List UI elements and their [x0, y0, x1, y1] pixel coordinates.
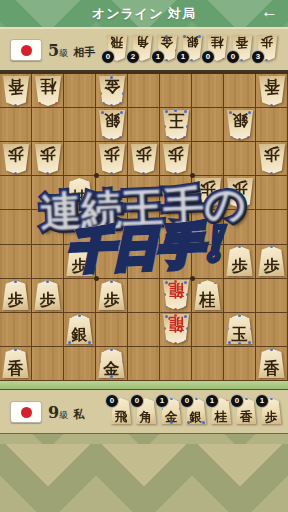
- move-hint-dot: [184, 340, 187, 343]
- move-hint-dot: [119, 136, 122, 139]
- piece-kanji: 飛: [115, 410, 128, 423]
- move-hint-dot: [250, 327, 253, 330]
- shogi-piece-銀[interactable]: 銀: [66, 314, 94, 344]
- move-hint-dot: [195, 397, 198, 400]
- board-cell[interactable]: [256, 313, 288, 347]
- hand-piece-飛[interactable]: 飛0: [110, 398, 132, 425]
- board-cell[interactable]: [160, 245, 192, 279]
- board-cell[interactable]: 玉: [224, 313, 256, 347]
- move-hint-dot: [191, 59, 194, 62]
- piece-kanji: 歩: [72, 258, 88, 275]
- hand-count-badge: 0: [226, 50, 240, 64]
- move-hint-dot: [110, 375, 113, 378]
- piece-kanji: 歩: [104, 292, 120, 309]
- move-hint-dot: [229, 315, 232, 318]
- move-hint-dot: [87, 315, 90, 318]
- piece-kanji: 歩: [232, 179, 248, 196]
- board-cell[interactable]: [128, 347, 160, 381]
- shogi-piece-王[interactable]: 王: [162, 110, 190, 140]
- move-hint-dot: [238, 245, 241, 248]
- piece-kanji: 桂: [200, 292, 216, 309]
- move-hint-dot: [110, 103, 113, 106]
- move-hint-dot: [165, 136, 168, 139]
- shogi-piece-歩[interactable]: 歩: [258, 144, 286, 174]
- hand-piece-銀[interactable]: 銀0: [185, 398, 207, 425]
- board-cell[interactable]: 桂: [192, 279, 224, 313]
- move-hint-dot: [183, 136, 186, 139]
- move-hint-dot: [214, 281, 217, 284]
- hand-piece-金[interactable]: 金1: [160, 398, 182, 425]
- shogi-piece-歩[interactable]: 歩: [226, 178, 254, 208]
- board-cell[interactable]: 龍: [160, 313, 192, 347]
- move-hint-dot: [270, 103, 273, 106]
- board-cell[interactable]: [32, 347, 64, 381]
- piece-kanji: 香: [264, 361, 280, 378]
- move-hint-dot: [70, 178, 73, 181]
- piece-kanji: 歩: [261, 36, 274, 49]
- piece-kanji: 香: [240, 410, 253, 423]
- hoshi-dot: [190, 276, 195, 281]
- move-hint-dot: [247, 136, 250, 139]
- move-hint-dot: [101, 102, 104, 105]
- move-hint-dot: [270, 171, 273, 174]
- board-cell[interactable]: 歩: [0, 279, 32, 313]
- move-hint-dot: [184, 110, 187, 113]
- my-info: 9級私: [48, 403, 84, 422]
- hand-count-badge: 1: [255, 394, 269, 408]
- hand-piece-歩[interactable]: 歩3: [256, 35, 278, 62]
- move-hint-dot: [46, 171, 49, 174]
- board-cell[interactable]: [256, 176, 288, 210]
- hand-count-badge: 1: [176, 50, 190, 64]
- move-hint-dot: [98, 360, 101, 363]
- board-cell[interactable]: [192, 313, 224, 347]
- shogi-piece-歩[interactable]: 歩: [2, 280, 30, 310]
- back-arrow-icon[interactable]: ←: [261, 2, 278, 22]
- piece-kanji: 角: [140, 410, 153, 423]
- board-cell[interactable]: 金: [96, 74, 128, 108]
- board-cell[interactable]: [64, 210, 96, 244]
- move-hint-dot: [14, 171, 17, 174]
- hand-count-badge: 0: [101, 50, 115, 64]
- piece-kanji: 歩: [168, 145, 184, 162]
- piece-kanji: 龍: [168, 315, 184, 332]
- piece-kanji: 角: [136, 36, 149, 49]
- piece-kanji: 歩: [40, 145, 56, 162]
- hand-piece-飛[interactable]: 飛0: [106, 35, 128, 62]
- hand-piece-桂[interactable]: 桂1: [210, 398, 232, 425]
- board-cell[interactable]: [192, 142, 224, 176]
- move-hint-dot: [166, 59, 169, 62]
- board-cell[interactable]: 香: [256, 74, 288, 108]
- move-hint-dot: [179, 407, 182, 410]
- move-hint-dot: [164, 110, 167, 113]
- board-cell[interactable]: [224, 347, 256, 381]
- hand-piece-桂[interactable]: 桂0: [206, 35, 228, 62]
- board-cell[interactable]: [0, 210, 32, 244]
- shogi-piece-歩[interactable]: 歩: [98, 144, 126, 174]
- board-cell[interactable]: [0, 176, 32, 210]
- board-cell[interactable]: [32, 176, 64, 210]
- board-cell[interactable]: 歩: [0, 142, 32, 176]
- move-hint-dot: [162, 294, 165, 297]
- move-hint-dot: [110, 137, 113, 140]
- move-hint-dot: [174, 342, 177, 345]
- piece-kanji: 銀: [104, 111, 120, 128]
- board-cell[interactable]: 歩: [96, 279, 128, 313]
- shogi-piece-歩[interactable]: 歩: [34, 144, 62, 174]
- move-hint-dot: [202, 421, 205, 424]
- move-hint-dot: [38, 102, 41, 105]
- piece-kanji: 歩: [104, 145, 120, 162]
- board-cell[interactable]: 歩: [224, 245, 256, 279]
- my-rank-label: 級: [59, 410, 68, 420]
- piece-kanji: 香: [8, 77, 24, 94]
- shogi-piece-玉[interactable]: 玉: [226, 314, 254, 344]
- move-hint-dot: [186, 124, 189, 127]
- move-hint-dot: [164, 306, 167, 309]
- hand-count-badge: 0: [201, 50, 215, 64]
- move-hint-dot: [101, 136, 104, 139]
- board-cell[interactable]: [224, 210, 256, 244]
- move-hint-dot: [142, 171, 145, 174]
- shogi-piece-香[interactable]: 香: [258, 348, 286, 378]
- piece-kanji: 桂: [211, 36, 224, 49]
- board-cell[interactable]: 桂: [64, 176, 96, 210]
- piece-kanji: 飛: [111, 36, 124, 49]
- piece-kanji: 歩: [264, 258, 280, 275]
- hand-count-badge: 2: [126, 50, 140, 64]
- move-hint-dot: [78, 245, 81, 248]
- board-cell[interactable]: [96, 245, 128, 279]
- hand-count-badge: 0: [230, 394, 244, 408]
- board-cell[interactable]: 龍: [160, 279, 192, 313]
- move-hint-dot: [186, 328, 189, 331]
- move-hint-dot: [187, 421, 190, 424]
- board-cell[interactable]: [96, 176, 128, 210]
- move-hint-dot: [170, 397, 173, 400]
- board-cell[interactable]: 歩: [160, 142, 192, 176]
- move-hint-dot: [86, 178, 89, 181]
- hand-count-badge: 1: [155, 394, 169, 408]
- piece-kanji: 金: [161, 36, 174, 49]
- flag-sun: [21, 407, 32, 418]
- piece-kanji: 銀: [72, 327, 88, 344]
- board-cell[interactable]: [64, 142, 96, 176]
- move-hint-dot: [270, 397, 273, 400]
- board-cell[interactable]: 歩: [32, 142, 64, 176]
- page-title: オンライン 対局: [0, 5, 288, 23]
- board-cell[interactable]: 銀: [64, 313, 96, 347]
- board-cell[interactable]: [128, 313, 160, 347]
- move-hint-dot: [162, 124, 165, 127]
- hoshi-dot: [94, 173, 99, 178]
- piece-kanji: 金: [104, 77, 120, 94]
- move-hint-dot: [110, 76, 113, 79]
- move-hint-dot: [162, 328, 165, 331]
- board-cell[interactable]: [224, 74, 256, 108]
- hand-piece-金[interactable]: 金1: [156, 35, 178, 62]
- shogi-piece-歩[interactable]: 歩: [34, 280, 62, 310]
- opponent-tray: 5級相手 飛0角2金1銀1桂0香0歩3: [0, 29, 288, 72]
- piece-kanji: 龍: [168, 281, 184, 298]
- hand-count-badge: 0: [130, 394, 144, 408]
- hoshi-dot: [190, 173, 195, 178]
- board-cell[interactable]: [160, 347, 192, 381]
- board-cell[interactable]: 歩: [224, 176, 256, 210]
- shogi-board[interactable]: 香桂金香銀王銀歩歩歩歩歩歩桂歩歩歩歩歩歩歩歩龍桂銀龍玉香金香: [0, 72, 288, 381]
- hand-count-badge: 3: [251, 50, 265, 64]
- opponent-info: 5級相手: [48, 41, 95, 60]
- move-hint-dot: [88, 341, 91, 344]
- board-cell[interactable]: 歩: [256, 245, 288, 279]
- move-hint-dot: [270, 245, 273, 248]
- move-hint-dot: [198, 281, 201, 284]
- move-hint-dot: [248, 110, 251, 113]
- move-hint-dot: [110, 348, 113, 351]
- board-cell[interactable]: [224, 142, 256, 176]
- hand-piece-香[interactable]: 香0: [231, 35, 253, 62]
- move-hint-dot: [238, 137, 241, 140]
- move-hint-dot: [241, 59, 244, 62]
- board-cell[interactable]: [160, 176, 192, 210]
- shogi-piece-銀[interactable]: 銀: [226, 110, 254, 140]
- move-hint-dot: [164, 340, 167, 343]
- board-cell[interactable]: 香: [0, 74, 32, 108]
- board-cell[interactable]: [96, 210, 128, 244]
- hand-count-badge: 1: [205, 394, 219, 408]
- move-hint-dot: [226, 398, 229, 401]
- piece-kanji: 歩: [264, 145, 280, 162]
- opponent-hand: 飛0角2金1銀1桂0香0歩3: [106, 35, 278, 62]
- move-hint-dot: [226, 327, 229, 330]
- board-cell[interactable]: [64, 347, 96, 381]
- shogi-piece-銀[interactable]: 銀: [98, 110, 126, 140]
- piece-kanji: 銀: [232, 111, 248, 128]
- board-cell[interactable]: [32, 108, 64, 142]
- board-cell[interactable]: 歩: [192, 176, 224, 210]
- hand-count-badge: 1: [151, 50, 165, 64]
- move-hint-dot: [54, 102, 57, 105]
- shogi-piece-香[interactable]: 香: [258, 76, 286, 106]
- board-cell[interactable]: [224, 279, 256, 313]
- piece-kanji: 玉: [232, 327, 248, 344]
- board-cell[interactable]: 銀: [224, 108, 256, 142]
- my-hand: 飛0角0金1銀0桂1香0歩1: [110, 398, 282, 425]
- move-hint-dot: [98, 91, 101, 94]
- piece-kanji: 桂: [72, 190, 88, 207]
- board-cell[interactable]: [256, 108, 288, 142]
- hand-piece-角[interactable]: 角2: [131, 35, 153, 62]
- hoshi-dot: [94, 276, 99, 281]
- opponent-name: 相手: [73, 46, 95, 58]
- shogi-piece-歩[interactable]: 歩: [98, 280, 126, 310]
- board-cell[interactable]: [128, 74, 160, 108]
- divider-strip: [0, 381, 288, 390]
- piece-kanji: 銀: [190, 410, 203, 423]
- move-hint-dot: [248, 341, 251, 344]
- move-hint-dot: [229, 136, 232, 139]
- board-cell[interactable]: [0, 108, 32, 142]
- piece-kanji: 歩: [232, 258, 248, 275]
- board-cell[interactable]: [128, 279, 160, 313]
- board-cell[interactable]: 金: [96, 347, 128, 381]
- board-cell[interactable]: 香: [256, 347, 288, 381]
- move-hint-dot: [247, 315, 250, 318]
- move-hint-dot: [198, 35, 201, 38]
- piece-kanji: 歩: [265, 410, 278, 423]
- move-hint-dot: [174, 137, 177, 140]
- piece-kanji: 歩: [8, 292, 24, 309]
- move-hint-dot: [222, 58, 225, 61]
- move-hint-dot: [14, 348, 17, 351]
- board-cell[interactable]: 歩: [64, 245, 96, 279]
- move-hint-dot: [174, 308, 177, 311]
- move-hint-dot: [101, 349, 104, 352]
- board-cell[interactable]: [192, 210, 224, 244]
- board-cell[interactable]: [32, 210, 64, 244]
- move-hint-dot: [186, 294, 189, 297]
- hand-piece-香[interactable]: 香0: [235, 398, 257, 425]
- move-hint-dot: [170, 421, 173, 424]
- board-cell[interactable]: [64, 279, 96, 313]
- piece-kanji: 香: [8, 361, 24, 378]
- shogi-app: オンライン 対局 ← 5級相手 飛0角2金1銀1桂0香0歩3 香桂金香銀王銀歩歩…: [0, 0, 288, 512]
- opponent-rank: 5: [48, 41, 59, 60]
- board-cell[interactable]: [96, 313, 128, 347]
- piece-kanji: 桂: [40, 77, 56, 94]
- board-cell[interactable]: [0, 245, 32, 279]
- shogi-piece-香[interactable]: 香: [2, 76, 30, 106]
- move-hint-dot: [69, 315, 72, 318]
- piece-kanji: 歩: [200, 179, 216, 196]
- shogi-piece-歩[interactable]: 歩: [162, 144, 190, 174]
- move-hint-dot: [78, 314, 81, 317]
- shogi-piece-歩[interactable]: 歩: [66, 246, 94, 276]
- board-cell[interactable]: [192, 245, 224, 279]
- board-cell[interactable]: [160, 74, 192, 108]
- shogi-piece-歩[interactable]: 歩: [194, 178, 222, 208]
- my-rank: 9: [48, 403, 59, 422]
- move-hint-dot: [266, 59, 269, 62]
- piece-kanji: 香: [264, 77, 280, 94]
- hand-count-badge: 0: [105, 394, 119, 408]
- shogi-piece-金[interactable]: 金: [98, 76, 126, 106]
- move-hint-dot: [110, 280, 113, 283]
- shogi-piece-歩[interactable]: 歩: [130, 144, 158, 174]
- flag-sun: [21, 45, 32, 56]
- shogi-piece-歩[interactable]: 歩: [258, 246, 286, 276]
- move-hint-dot: [14, 103, 17, 106]
- move-hint-dot: [110, 171, 113, 174]
- hand-piece-歩[interactable]: 歩1: [260, 398, 282, 425]
- shogi-piece-金[interactable]: 金: [98, 348, 126, 378]
- move-hint-dot: [206, 205, 209, 208]
- move-hint-dot: [184, 306, 187, 309]
- move-hint-dot: [14, 280, 17, 283]
- my-tray: 9級私 飛0角0金1銀0桂1香0歩1: [0, 390, 288, 434]
- move-hint-dot: [119, 349, 122, 352]
- board-cell[interactable]: [64, 74, 96, 108]
- piece-kanji: 歩: [136, 145, 152, 162]
- move-hint-dot: [122, 360, 125, 363]
- board-cell[interactable]: 王: [160, 108, 192, 142]
- move-hint-dot: [120, 110, 123, 113]
- board-cell[interactable]: 香: [0, 347, 32, 381]
- shogi-piece-龍[interactable]: 龍: [162, 280, 190, 310]
- board-cell[interactable]: [128, 245, 160, 279]
- hand-piece-銀[interactable]: 銀1: [181, 35, 203, 62]
- shogi-piece-歩[interactable]: 歩: [2, 144, 30, 174]
- board-cell[interactable]: [256, 210, 288, 244]
- board-cell[interactable]: [160, 210, 192, 244]
- move-hint-dot: [238, 342, 241, 345]
- move-hint-dot: [270, 348, 273, 351]
- move-hint-dot: [228, 110, 231, 113]
- board-cell[interactable]: [0, 313, 32, 347]
- piece-kanji: 銀: [186, 36, 199, 49]
- shogi-piece-歩[interactable]: 歩: [226, 246, 254, 276]
- board-cell[interactable]: 歩: [96, 142, 128, 176]
- board-cell[interactable]: 歩: [128, 142, 160, 176]
- move-hint-dot: [174, 171, 177, 174]
- move-hint-dot: [238, 205, 241, 208]
- board-cell[interactable]: [32, 313, 64, 347]
- piece-kanji: 歩: [8, 145, 24, 162]
- move-hint-dot: [245, 397, 248, 400]
- my-name: 私: [73, 408, 84, 420]
- hand-piece-角[interactable]: 角0: [135, 398, 157, 425]
- board-cell[interactable]: 歩: [32, 279, 64, 313]
- move-hint-dot: [122, 91, 125, 94]
- japan-flag-icon: [10, 401, 42, 423]
- board-cell[interactable]: [192, 347, 224, 381]
- move-hint-dot: [238, 314, 241, 317]
- board-cell[interactable]: 桂: [32, 74, 64, 108]
- board-cell[interactable]: [32, 245, 64, 279]
- board-cell[interactable]: 銀: [96, 108, 128, 142]
- board-cell[interactable]: [192, 74, 224, 108]
- shogi-piece-桂[interactable]: 桂: [194, 280, 222, 310]
- board-cell[interactable]: [192, 108, 224, 142]
- move-hint-dot: [46, 280, 49, 283]
- board-cell[interactable]: [128, 108, 160, 142]
- board-cell[interactable]: [128, 176, 160, 210]
- board-cell[interactable]: 歩: [256, 142, 288, 176]
- move-hint-dot: [100, 110, 103, 113]
- piece-kanji: 桂: [215, 410, 228, 423]
- shogi-piece-香[interactable]: 香: [2, 348, 30, 378]
- move-hint-dot: [119, 102, 122, 105]
- board-cell[interactable]: [128, 210, 160, 244]
- header-bar: オンライン 対局 ←: [0, 0, 288, 29]
- hand-count-badge: 0: [180, 394, 194, 408]
- board-cell[interactable]: [64, 108, 96, 142]
- piece-kanji: 王: [168, 111, 184, 128]
- board-cell[interactable]: [256, 279, 288, 313]
- opponent-rank-label: 級: [59, 48, 68, 58]
- shogi-piece-龍[interactable]: 龍: [162, 314, 190, 344]
- shogi-piece-桂[interactable]: 桂: [34, 76, 62, 106]
- piece-kanji: 歩: [40, 292, 56, 309]
- shogi-piece-桂[interactable]: 桂: [66, 178, 94, 208]
- japan-flag-icon: [10, 39, 42, 61]
- piece-kanji: 香: [236, 36, 249, 49]
